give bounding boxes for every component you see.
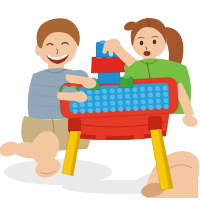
table-apron-tab-right [134, 134, 144, 139]
girl-eye-right [153, 40, 157, 45]
table-apron-tab-left [96, 135, 106, 140]
block-green-stack-right [119, 76, 133, 89]
scene-root [0, 0, 200, 200]
girl-eye-left [140, 41, 144, 46]
girl-mouth [144, 51, 151, 56]
block-green-stack-right-stud [123, 76, 129, 79]
block-green-stack-right-body [119, 77, 133, 88]
girl-finger [109, 48, 114, 57]
product-photo [0, 0, 200, 200]
